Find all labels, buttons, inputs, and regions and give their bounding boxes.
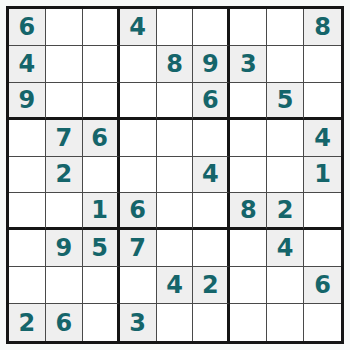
cell-r2c7[interactable]: 3 [230,46,267,83]
cell-r8c6[interactable]: 2 [193,267,230,304]
cell-r8c5[interactable]: 4 [157,267,194,304]
cell-r5c3[interactable] [83,157,120,194]
cell-r7c7[interactable] [230,230,267,267]
cell-r9c2[interactable]: 6 [46,304,83,341]
cell-r9c4[interactable]: 3 [120,304,157,341]
cell-r6c6[interactable] [193,193,230,230]
cell-r8c7[interactable] [230,267,267,304]
cell-r1c7[interactable] [230,9,267,46]
cell-r5c1[interactable] [9,157,46,194]
cell-r7c4[interactable]: 7 [120,230,157,267]
cell-r1c6[interactable] [193,9,230,46]
cell-r8c3[interactable] [83,267,120,304]
cell-r2c3[interactable] [83,46,120,83]
cell-r4c6[interactable] [193,120,230,157]
cell-r1c1[interactable]: 6 [9,9,46,46]
cell-r9c5[interactable] [157,304,194,341]
cell-r3c4[interactable] [120,83,157,120]
cell-r3c5[interactable] [157,83,194,120]
cell-r7c2[interactable]: 9 [46,230,83,267]
cell-r4c1[interactable] [9,120,46,157]
cell-r7c5[interactable] [157,230,194,267]
cell-r1c5[interactable] [157,9,194,46]
cell-r8c2[interactable] [46,267,83,304]
cell-r4c8[interactable] [267,120,304,157]
cell-r3c3[interactable] [83,83,120,120]
cell-r6c4[interactable]: 6 [120,193,157,230]
cell-r3c9[interactable] [304,83,341,120]
cell-r6c1[interactable] [9,193,46,230]
cell-r7c1[interactable] [9,230,46,267]
cell-r1c2[interactable] [46,9,83,46]
cell-r2c1[interactable]: 4 [9,46,46,83]
cell-r5c4[interactable] [120,157,157,194]
cell-r5c2[interactable]: 2 [46,157,83,194]
cell-r9c9[interactable] [304,304,341,341]
cell-r4c2[interactable]: 7 [46,120,83,157]
cell-r8c1[interactable] [9,267,46,304]
cell-r9c1[interactable]: 2 [9,304,46,341]
cell-r6c5[interactable] [157,193,194,230]
cell-r9c3[interactable] [83,304,120,341]
cell-r2c5[interactable]: 8 [157,46,194,83]
cell-r6c9[interactable] [304,193,341,230]
sudoku-page: 648489396576424116829574426263 [0,0,350,350]
cell-r4c7[interactable] [230,120,267,157]
cell-r3c1[interactable]: 9 [9,83,46,120]
cell-r2c6[interactable]: 9 [193,46,230,83]
cell-r4c9[interactable]: 4 [304,120,341,157]
cell-r6c2[interactable] [46,193,83,230]
cell-r1c3[interactable] [83,9,120,46]
cell-r5c8[interactable] [267,157,304,194]
cell-r3c2[interactable] [46,83,83,120]
cell-r9c7[interactable] [230,304,267,341]
cell-r3c6[interactable]: 6 [193,83,230,120]
cell-r5c6[interactable]: 4 [193,157,230,194]
cell-r7c3[interactable]: 5 [83,230,120,267]
cell-r1c9[interactable]: 8 [304,9,341,46]
cell-r5c7[interactable] [230,157,267,194]
cell-r3c8[interactable]: 5 [267,83,304,120]
cell-r5c5[interactable] [157,157,194,194]
cell-r2c8[interactable] [267,46,304,83]
cell-r9c8[interactable] [267,304,304,341]
cell-r4c3[interactable]: 6 [83,120,120,157]
cell-r1c4[interactable]: 4 [120,9,157,46]
cell-r7c6[interactable] [193,230,230,267]
cell-r2c9[interactable] [304,46,341,83]
cell-r7c8[interactable]: 4 [267,230,304,267]
cell-r8c8[interactable] [267,267,304,304]
cell-r8c4[interactable] [120,267,157,304]
cell-r4c5[interactable] [157,120,194,157]
cell-r9c6[interactable] [193,304,230,341]
cell-r6c8[interactable]: 2 [267,193,304,230]
cell-r7c9[interactable] [304,230,341,267]
cell-r5c9[interactable]: 1 [304,157,341,194]
cell-r3c7[interactable] [230,83,267,120]
sudoku-board: 648489396576424116829574426263 [6,6,344,344]
cell-r4c4[interactable] [120,120,157,157]
cell-r2c2[interactable] [46,46,83,83]
cell-r2c4[interactable] [120,46,157,83]
cell-r6c7[interactable]: 8 [230,193,267,230]
cell-r6c3[interactable]: 1 [83,193,120,230]
cell-r1c8[interactable] [267,9,304,46]
cell-r8c9[interactable]: 6 [304,267,341,304]
